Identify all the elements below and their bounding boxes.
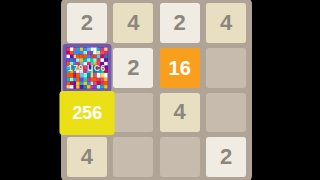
tile-value: 2 <box>81 12 93 34</box>
tile-value: 4 <box>127 12 139 34</box>
tile-value: 4 <box>220 12 232 34</box>
tile-256: 256 <box>59 91 114 135</box>
tile-value: 256 <box>72 103 102 122</box>
tile-value: 2 <box>220 146 232 168</box>
tile-2: 2 <box>67 3 107 43</box>
tile-4: 4 <box>113 3 153 43</box>
tile-layer: 2424179 UC6216256442 <box>61 0 252 180</box>
glitch-tile: 179 UC6 <box>63 43 111 91</box>
tile-4: 4 <box>67 137 107 177</box>
tile-4: 4 <box>206 3 246 43</box>
letterboxed-video-frame: 2424179 UC6216256442 <box>0 0 320 180</box>
tile-2: 2 <box>113 48 153 88</box>
tile-16: 16 <box>160 48 200 88</box>
tile-2: 2 <box>206 137 246 177</box>
game-board-2048[interactable]: 2424179 UC6216256442 <box>61 0 252 180</box>
tile-4: 4 <box>160 93 200 133</box>
tile-value: 2 <box>174 12 186 34</box>
tile-value: 2 <box>127 57 139 79</box>
tile-value: 16 <box>169 58 191 78</box>
tile-value: 4 <box>174 101 186 123</box>
tile-2: 2 <box>160 3 200 43</box>
glitch-tile-label: 179 UC6 <box>66 63 107 72</box>
tile-value: 4 <box>81 146 93 168</box>
